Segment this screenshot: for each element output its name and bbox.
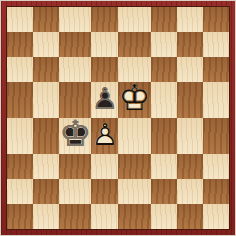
square-b7[interactable] [33,32,59,57]
square-d6[interactable] [91,57,118,82]
square-a2[interactable] [7,179,33,204]
square-b1[interactable] [33,204,59,229]
square-f6[interactable] [151,57,177,82]
square-b2[interactable] [33,179,59,204]
square-d5[interactable]: ♟♙ [91,82,118,118]
square-h6[interactable] [203,57,229,82]
square-h7[interactable] [203,32,229,57]
square-b8[interactable] [33,7,59,32]
square-e8[interactable] [118,7,150,32]
square-g2[interactable] [177,179,203,204]
square-e3[interactable] [118,154,150,179]
piece-black-king[interactable]: ♚♔ [59,116,91,152]
chess-board: ♟♙♚♔♚♔♟♙ [6,6,230,230]
board-frame: ♟♙♚♔♚♔♟♙ [0,0,236,236]
square-f5[interactable] [151,82,177,118]
square-a8[interactable] [7,7,33,32]
square-h2[interactable] [203,179,229,204]
square-a3[interactable] [7,154,33,179]
white-pawn-outline-icon: ♙ [91,120,118,150]
square-d4[interactable]: ♟♙ [91,118,118,154]
square-h8[interactable] [203,7,229,32]
square-c8[interactable] [59,7,91,32]
square-f1[interactable] [151,204,177,229]
square-g3[interactable] [177,154,203,179]
square-c3[interactable] [59,154,91,179]
piece-black-pawn[interactable]: ♟♙ [91,84,118,114]
white-king-outline-icon: ♔ [118,80,150,116]
square-e1[interactable] [118,204,150,229]
square-c7[interactable] [59,32,91,57]
square-f8[interactable] [151,7,177,32]
square-c1[interactable] [59,204,91,229]
square-d1[interactable] [91,204,118,229]
square-a6[interactable] [7,57,33,82]
square-c2[interactable] [59,179,91,204]
square-e5[interactable]: ♚♔ [118,82,150,118]
square-a7[interactable] [7,32,33,57]
square-a5[interactable] [7,82,33,118]
square-b6[interactable] [33,57,59,82]
piece-white-pawn[interactable]: ♟♙ [91,120,118,150]
piece-white-king[interactable]: ♚♔ [118,80,150,116]
square-c4[interactable]: ♚♔ [59,118,91,154]
square-h5[interactable] [203,82,229,118]
square-b4[interactable] [33,118,59,154]
square-d3[interactable] [91,154,118,179]
square-d7[interactable] [91,32,118,57]
square-a1[interactable] [7,204,33,229]
square-e4[interactable] [118,118,150,154]
square-e7[interactable] [118,32,150,57]
square-e2[interactable] [118,179,150,204]
square-d2[interactable] [91,179,118,204]
square-c6[interactable] [59,57,91,82]
square-g5[interactable] [177,82,203,118]
square-f7[interactable] [151,32,177,57]
square-f4[interactable] [151,118,177,154]
square-g1[interactable] [177,204,203,229]
square-f2[interactable] [151,179,177,204]
square-h3[interactable] [203,154,229,179]
square-b5[interactable] [33,82,59,118]
square-g7[interactable] [177,32,203,57]
square-b3[interactable] [33,154,59,179]
square-h1[interactable] [203,204,229,229]
square-g6[interactable] [177,57,203,82]
square-g4[interactable] [177,118,203,154]
square-a4[interactable] [7,118,33,154]
black-pawn-outline-icon: ♙ [91,84,118,114]
square-h4[interactable] [203,118,229,154]
square-d8[interactable] [91,7,118,32]
square-f3[interactable] [151,154,177,179]
black-king-outline-icon: ♔ [59,116,91,152]
square-g8[interactable] [177,7,203,32]
